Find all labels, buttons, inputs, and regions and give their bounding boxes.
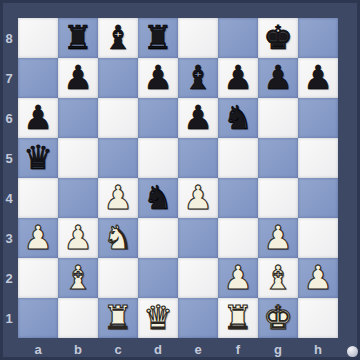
black-rook[interactable]: ♜ <box>63 18 93 58</box>
square-h3[interactable] <box>298 218 338 258</box>
square-d6[interactable] <box>138 98 178 138</box>
square-c2[interactable] <box>98 258 138 298</box>
square-b1[interactable] <box>58 298 98 338</box>
rank-labels: 8 7 6 5 4 3 2 1 <box>0 18 18 338</box>
rank-label-1: 1 <box>0 298 18 338</box>
square-f1[interactable]: ♜ <box>218 298 258 338</box>
rank-label-7: 7 <box>0 58 18 98</box>
white-pawn[interactable]: ♟ <box>263 218 293 258</box>
square-h8[interactable] <box>298 18 338 58</box>
square-h5[interactable] <box>298 138 338 178</box>
square-a7[interactable] <box>18 58 58 98</box>
rank-label-6: 6 <box>0 98 18 138</box>
rank-label-3: 3 <box>0 218 18 258</box>
file-label-g: g <box>258 338 298 360</box>
square-f8[interactable] <box>218 18 258 58</box>
square-a1[interactable] <box>18 298 58 338</box>
black-pawn[interactable]: ♟ <box>303 58 333 98</box>
square-g4[interactable] <box>258 178 298 218</box>
file-label-d: d <box>138 338 178 360</box>
square-a6[interactable]: ♟ <box>18 98 58 138</box>
square-h4[interactable] <box>298 178 338 218</box>
square-b2[interactable]: ♝ <box>58 258 98 298</box>
chess-board: ♜♝♜♚♟♟♝♟♟♟♟♟♞♛♟♞♟♟♟♞♟♝♟♝♟♜♛♜♚ <box>18 18 338 338</box>
white-rook[interactable]: ♜ <box>103 298 133 338</box>
black-pawn[interactable]: ♟ <box>143 58 173 98</box>
square-b8[interactable]: ♜ <box>58 18 98 58</box>
square-d5[interactable] <box>138 138 178 178</box>
white-king[interactable]: ♚ <box>263 298 293 338</box>
square-e4[interactable]: ♟ <box>178 178 218 218</box>
square-e6[interactable]: ♟ <box>178 98 218 138</box>
square-f4[interactable] <box>218 178 258 218</box>
black-king[interactable]: ♚ <box>263 18 293 58</box>
black-knight[interactable]: ♞ <box>223 98 253 138</box>
file-label-a: a <box>18 338 58 360</box>
black-bishop[interactable]: ♝ <box>103 18 133 58</box>
square-e7[interactable]: ♝ <box>178 58 218 98</box>
white-rook[interactable]: ♜ <box>223 298 253 338</box>
square-c3[interactable]: ♞ <box>98 218 138 258</box>
white-pawn[interactable]: ♟ <box>103 178 133 218</box>
square-c8[interactable]: ♝ <box>98 18 138 58</box>
square-b3[interactable]: ♟ <box>58 218 98 258</box>
square-f3[interactable] <box>218 218 258 258</box>
square-a2[interactable] <box>18 258 58 298</box>
square-g2[interactable]: ♝ <box>258 258 298 298</box>
chess-diagram: 8 7 6 5 4 3 2 1 ♜♝♜♚♟♟♝♟♟♟♟♟♞♛♟♞♟♟♟♞♟♝♟♝… <box>0 0 360 360</box>
square-b6[interactable] <box>58 98 98 138</box>
square-b4[interactable] <box>58 178 98 218</box>
square-g1[interactable]: ♚ <box>258 298 298 338</box>
square-e3[interactable] <box>178 218 218 258</box>
square-a4[interactable] <box>18 178 58 218</box>
square-d1[interactable]: ♛ <box>138 298 178 338</box>
white-bishop[interactable]: ♝ <box>263 258 293 298</box>
square-d4[interactable]: ♞ <box>138 178 178 218</box>
square-a5[interactable]: ♛ <box>18 138 58 178</box>
square-g3[interactable]: ♟ <box>258 218 298 258</box>
square-d7[interactable]: ♟ <box>138 58 178 98</box>
rank-label-8: 8 <box>0 18 18 58</box>
black-knight[interactable]: ♞ <box>143 178 173 218</box>
white-pawn[interactable]: ♟ <box>303 258 333 298</box>
square-c7[interactable] <box>98 58 138 98</box>
black-pawn[interactable]: ♟ <box>63 58 93 98</box>
square-c4[interactable]: ♟ <box>98 178 138 218</box>
black-pawn[interactable]: ♟ <box>263 58 293 98</box>
square-e1[interactable] <box>178 298 218 338</box>
black-pawn[interactable]: ♟ <box>223 58 253 98</box>
file-label-c: c <box>98 338 138 360</box>
rank-label-4: 4 <box>0 178 18 218</box>
square-e8[interactable] <box>178 18 218 58</box>
black-pawn[interactable]: ♟ <box>183 98 213 138</box>
black-rook[interactable]: ♜ <box>143 18 173 58</box>
rank-label-2: 2 <box>0 258 18 298</box>
square-a3[interactable]: ♟ <box>18 218 58 258</box>
white-pawn[interactable]: ♟ <box>183 178 213 218</box>
file-label-e: e <box>178 338 218 360</box>
square-c1[interactable]: ♜ <box>98 298 138 338</box>
white-knight[interactable]: ♞ <box>103 218 133 258</box>
square-g6[interactable] <box>258 98 298 138</box>
square-f7[interactable]: ♟ <box>218 58 258 98</box>
black-pawn[interactable]: ♟ <box>23 98 53 138</box>
white-bishop[interactable]: ♝ <box>63 258 93 298</box>
square-c5[interactable] <box>98 138 138 178</box>
square-h1[interactable] <box>298 298 338 338</box>
square-e5[interactable] <box>178 138 218 178</box>
square-g7[interactable]: ♟ <box>258 58 298 98</box>
square-g8[interactable]: ♚ <box>258 18 298 58</box>
square-c6[interactable] <box>98 98 138 138</box>
square-e2[interactable] <box>178 258 218 298</box>
square-h6[interactable] <box>298 98 338 138</box>
square-h7[interactable]: ♟ <box>298 58 338 98</box>
square-d3[interactable] <box>138 218 178 258</box>
square-d2[interactable] <box>138 258 178 298</box>
square-f6[interactable]: ♞ <box>218 98 258 138</box>
square-f5[interactable] <box>218 138 258 178</box>
file-label-b: b <box>58 338 98 360</box>
white-queen[interactable]: ♛ <box>143 298 173 338</box>
white-pawn[interactable]: ♟ <box>63 218 93 258</box>
square-g5[interactable] <box>258 138 298 178</box>
square-h2[interactable]: ♟ <box>298 258 338 298</box>
square-b7[interactable]: ♟ <box>58 58 98 98</box>
file-labels: a b c d e f g h <box>18 338 338 360</box>
white-to-move-indicator <box>347 346 358 357</box>
square-a8[interactable] <box>18 18 58 58</box>
file-label-f: f <box>218 338 258 360</box>
rank-label-5: 5 <box>0 138 18 178</box>
square-b5[interactable] <box>58 138 98 178</box>
white-pawn[interactable]: ♟ <box>23 218 53 258</box>
square-d8[interactable]: ♜ <box>138 18 178 58</box>
file-label-h: h <box>298 338 338 360</box>
black-bishop[interactable]: ♝ <box>183 58 213 98</box>
white-pawn[interactable]: ♟ <box>223 258 253 298</box>
square-f2[interactable]: ♟ <box>218 258 258 298</box>
black-queen[interactable]: ♛ <box>23 138 53 178</box>
